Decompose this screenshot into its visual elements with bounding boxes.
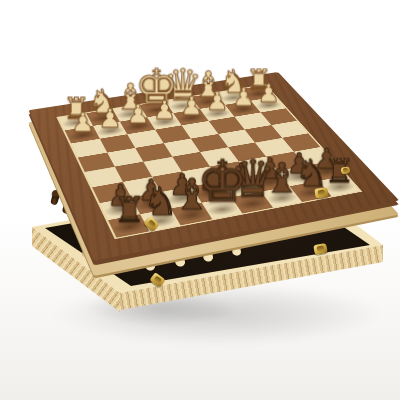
chess-set-photo: ♜♞♝♚♛♝♞♜♟♟♟♟♟♟♟♟♟♟♟♟♟♟♟♟♜♞♝♚♛♝♞♜ xyxy=(0,0,400,400)
brass-clasp-icon xyxy=(341,166,351,174)
clasp-notch xyxy=(343,168,349,173)
brass-clasp-icon xyxy=(143,216,159,232)
brass-clasps-layer xyxy=(0,0,400,400)
clasp-notch xyxy=(154,275,163,283)
brass-clasp-icon xyxy=(149,272,165,288)
clasp-notch xyxy=(317,245,325,251)
clasp-notch xyxy=(318,190,326,196)
clasp-notch xyxy=(148,219,157,227)
brass-clasp-icon xyxy=(314,187,328,199)
brass-clasp-icon xyxy=(313,243,328,255)
